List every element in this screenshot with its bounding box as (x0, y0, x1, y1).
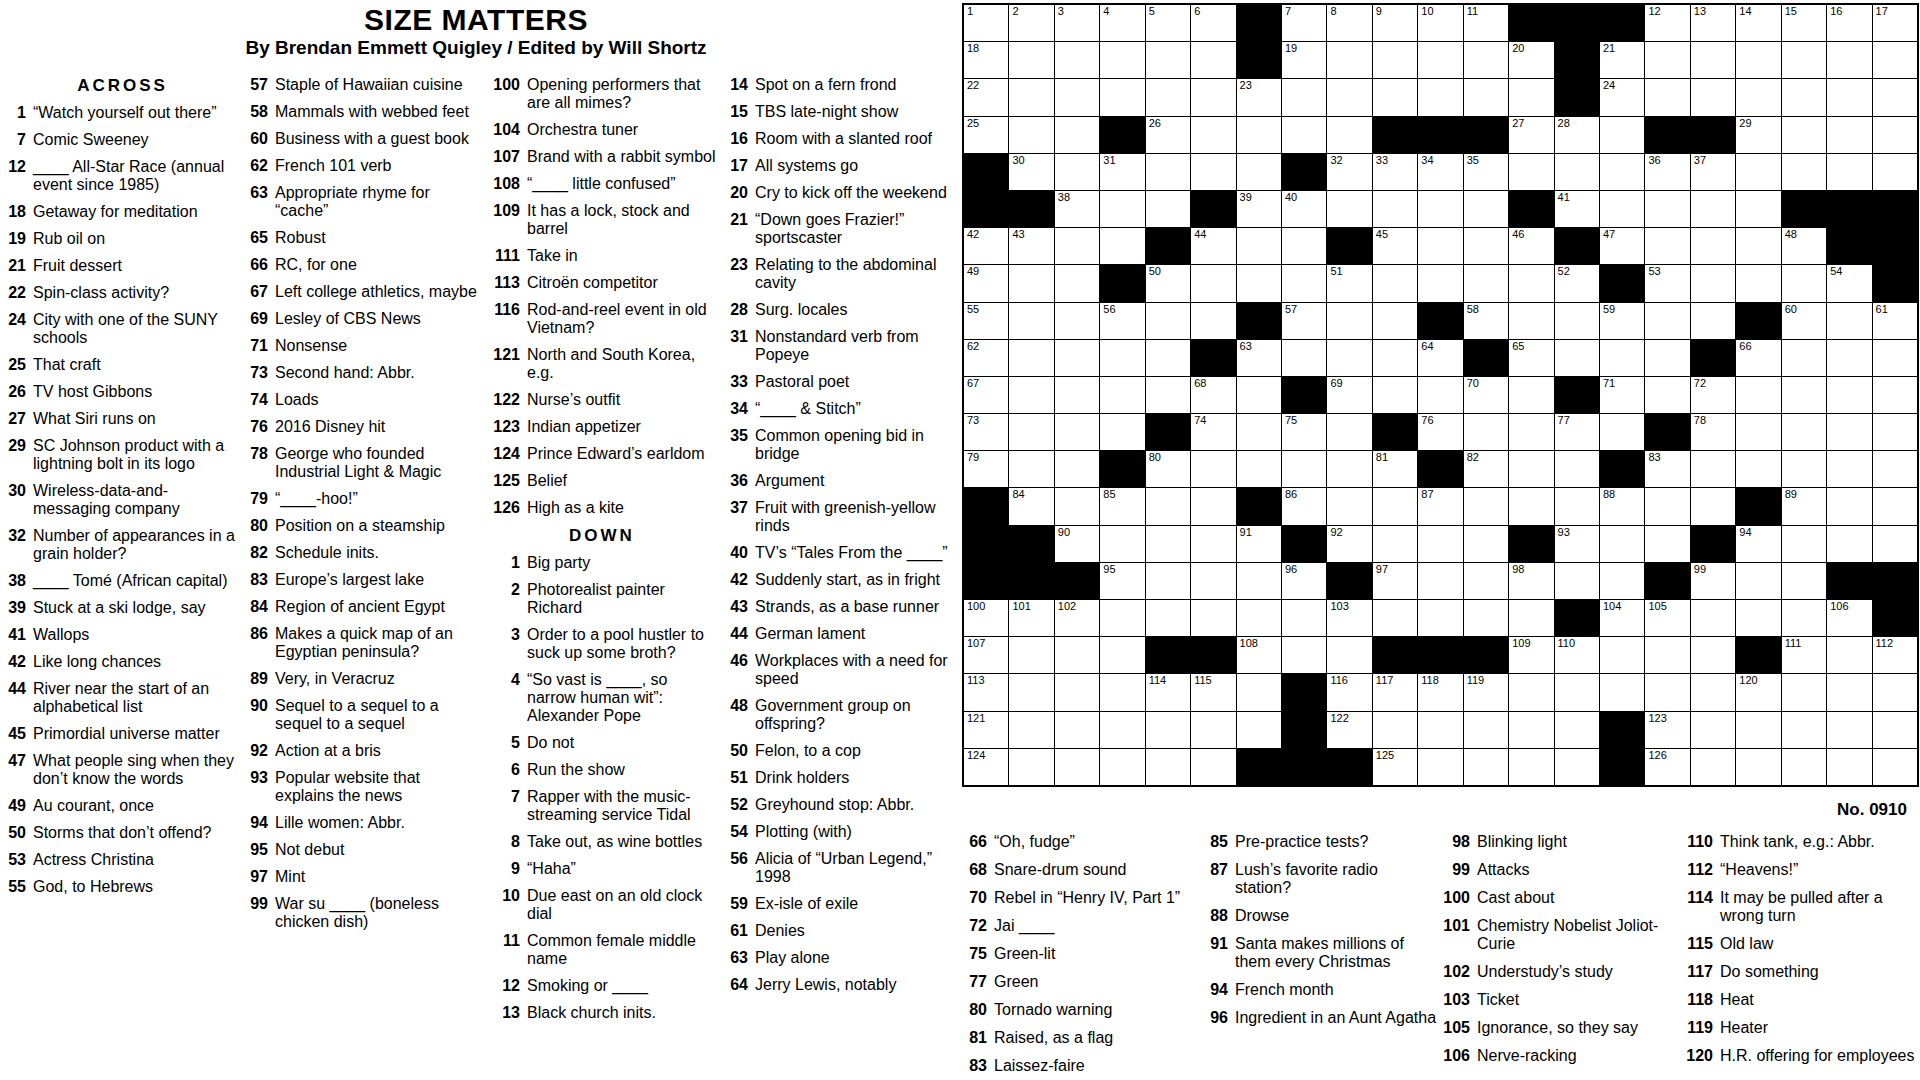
grid-cell-r10c13[interactable]: 65 (1509, 340, 1553, 376)
grid-cell-r13c1[interactable]: 79 (964, 451, 1008, 487)
grid-cell-r14c13[interactable] (1509, 488, 1553, 524)
grid-cell-r7c15[interactable]: 47 (1600, 228, 1644, 264)
grid-cell-r3c2[interactable] (1009, 79, 1053, 115)
grid-cell-r18c9[interactable] (1327, 637, 1371, 673)
grid-cell-r5c4[interactable]: 31 (1100, 154, 1144, 190)
grid-cell-r12c4[interactable] (1100, 414, 1144, 450)
grid-cell-r16c4[interactable]: 95 (1100, 563, 1144, 599)
grid-cell-r1c11[interactable]: 10 (1418, 5, 1462, 41)
grid-cell-r8c11[interactable] (1418, 265, 1462, 301)
grid-cell-r19c9[interactable]: 116 (1327, 674, 1371, 710)
clue-across-74[interactable]: 74Loads (244, 391, 483, 409)
grid-cell-r3c21[interactable] (1873, 79, 1917, 115)
grid-cell-r13c2[interactable] (1009, 451, 1053, 487)
clue-down-110[interactable]: 110Think tank, e.g.: Abbr. (1678, 833, 1918, 851)
grid-cell-r2c3[interactable] (1055, 42, 1099, 78)
clue-down-6[interactable]: 6Run the show (486, 761, 718, 779)
grid-cell-r2c1[interactable]: 18 (964, 42, 1008, 78)
grid-cell-r15c6[interactable] (1191, 526, 1235, 562)
grid-cell-r18c15[interactable] (1600, 637, 1644, 673)
clue-down-46[interactable]: 46Workplaces with a need for speed (720, 652, 958, 688)
grid-cell-r4c3[interactable] (1055, 117, 1099, 153)
grid-cell-r4c2[interactable] (1009, 117, 1053, 153)
grid-cell-r11c12[interactable]: 70 (1464, 377, 1508, 413)
clue-across-12[interactable]: 12____ All-Star Race (annual event since… (4, 158, 241, 194)
grid-cell-r12c18[interactable] (1736, 414, 1780, 450)
grid-cell-r1c5[interactable]: 5 (1146, 5, 1190, 41)
grid-cell-r7c13[interactable]: 46 (1509, 228, 1553, 264)
grid-cell-r2c15[interactable]: 21 (1600, 42, 1644, 78)
grid-cell-r4c9[interactable] (1327, 117, 1371, 153)
grid-cell-r8c7[interactable] (1237, 265, 1281, 301)
grid-cell-r6c15[interactable] (1600, 191, 1644, 227)
grid-cell-r11c21[interactable] (1873, 377, 1917, 413)
grid-cell-r4c15[interactable] (1600, 117, 1644, 153)
grid-cell-r6c8[interactable]: 40 (1282, 191, 1326, 227)
grid-cell-r18c20[interactable] (1827, 637, 1871, 673)
grid-cell-r20c12[interactable] (1464, 712, 1508, 748)
grid-cell-r21c5[interactable] (1146, 749, 1190, 785)
grid-cell-r16c12[interactable] (1464, 563, 1508, 599)
clue-across-32[interactable]: 32Number of appearances in a grain holde… (4, 527, 241, 563)
clue-across-93[interactable]: 93Popular website that explains the news (244, 769, 483, 805)
clue-down-36[interactable]: 36Argument (720, 472, 958, 490)
grid-cell-r6c14[interactable]: 41 (1555, 191, 1599, 227)
grid-cell-r18c13[interactable]: 109 (1509, 637, 1553, 673)
grid-cell-r18c8[interactable] (1282, 637, 1326, 673)
grid-cell-r1c12[interactable]: 11 (1464, 5, 1508, 41)
clue-down-61[interactable]: 61Denies (720, 922, 958, 940)
clue-down-15[interactable]: 15TBS late-night show (720, 103, 958, 121)
clue-across-24[interactable]: 24City with one of the SUNY schools (4, 311, 241, 347)
grid-cell-r12c2[interactable] (1009, 414, 1053, 450)
grid-cell-r19c13[interactable] (1509, 674, 1553, 710)
grid-cell-r4c14[interactable]: 28 (1555, 117, 1599, 153)
clue-across-79[interactable]: 79“____-hoo!” (244, 490, 483, 508)
grid-cell-r15c20[interactable] (1827, 526, 1871, 562)
grid-cell-r5c12[interactable]: 35 (1464, 154, 1508, 190)
grid-cell-r1c6[interactable]: 6 (1191, 5, 1235, 41)
grid-cell-r17c16[interactable]: 105 (1645, 600, 1689, 636)
grid-cell-r5c13[interactable] (1509, 154, 1553, 190)
grid-cell-r9c9[interactable] (1327, 303, 1371, 339)
grid-cell-r2c12[interactable] (1464, 42, 1508, 78)
grid-cell-r8c3[interactable] (1055, 265, 1099, 301)
grid-cell-r18c14[interactable]: 110 (1555, 637, 1599, 673)
grid-cell-r17c13[interactable] (1509, 600, 1553, 636)
clue-down-117[interactable]: 117Do something (1678, 963, 1918, 981)
grid-cell-r11c17[interactable]: 72 (1691, 377, 1735, 413)
grid-cell-r6c16[interactable] (1645, 191, 1689, 227)
grid-cell-r8c12[interactable] (1464, 265, 1508, 301)
clue-down-31[interactable]: 31Nonstandard verb from Popeye (720, 328, 958, 364)
grid-cell-r20c7[interactable] (1237, 712, 1281, 748)
grid-cell-r7c2[interactable]: 43 (1009, 228, 1053, 264)
grid-cell-r2c18[interactable] (1736, 42, 1780, 78)
grid-cell-r1c9[interactable]: 8 (1327, 5, 1371, 41)
grid-cell-r11c9[interactable]: 69 (1327, 377, 1371, 413)
grid-cell-r14c3[interactable] (1055, 488, 1099, 524)
grid-cell-r19c5[interactable]: 114 (1146, 674, 1190, 710)
grid-cell-r6c4[interactable] (1100, 191, 1144, 227)
grid-cell-r8c16[interactable]: 53 (1645, 265, 1689, 301)
grid-cell-r13c6[interactable] (1191, 451, 1235, 487)
grid-cell-r2c13[interactable]: 20 (1509, 42, 1553, 78)
clue-across-69[interactable]: 69Lesley of CBS News (244, 310, 483, 328)
grid-cell-r20c17[interactable] (1691, 712, 1735, 748)
grid-cell-r2c21[interactable] (1873, 42, 1917, 78)
grid-cell-r8c6[interactable] (1191, 265, 1235, 301)
grid-cell-r16c10[interactable]: 97 (1373, 563, 1417, 599)
grid-cell-r14c21[interactable] (1873, 488, 1917, 524)
grid-cell-r5c18[interactable] (1736, 154, 1780, 190)
grid-cell-r17c10[interactable] (1373, 600, 1417, 636)
grid-cell-r19c11[interactable]: 118 (1418, 674, 1462, 710)
clue-down-1[interactable]: 1Big party (486, 554, 718, 572)
grid-cell-r3c10[interactable] (1373, 79, 1417, 115)
clue-down-42[interactable]: 42Suddenly start, as in fright (720, 571, 958, 589)
grid-cell-r12c9[interactable] (1327, 414, 1371, 450)
grid-cell-r20c3[interactable] (1055, 712, 1099, 748)
clue-across-83[interactable]: 83Europe’s largest lake (244, 571, 483, 589)
grid-cell-r10c4[interactable] (1100, 340, 1144, 376)
grid-cell-r9c19[interactable]: 60 (1782, 303, 1826, 339)
grid-cell-r5c15[interactable] (1600, 154, 1644, 190)
clue-down-44[interactable]: 44German lament (720, 625, 958, 643)
grid-cell-r17c17[interactable] (1691, 600, 1735, 636)
grid-cell-r11c4[interactable] (1100, 377, 1144, 413)
clue-across-26[interactable]: 26TV host Gibbons (4, 383, 241, 401)
grid-cell-r13c19[interactable] (1782, 451, 1826, 487)
grid-cell-r9c12[interactable]: 58 (1464, 303, 1508, 339)
clue-across-45[interactable]: 45Primordial universe matter (4, 725, 241, 743)
clue-down-33[interactable]: 33Pastoral poet (720, 373, 958, 391)
clue-across-82[interactable]: 82Schedule inits. (244, 544, 483, 562)
grid-cell-r8c19[interactable] (1782, 265, 1826, 301)
grid-cell-r12c19[interactable] (1782, 414, 1826, 450)
grid-cell-r14c15[interactable]: 88 (1600, 488, 1644, 524)
grid-cell-r2c11[interactable] (1418, 42, 1462, 78)
grid-cell-r7c12[interactable] (1464, 228, 1508, 264)
clue-across-109[interactable]: 109It has a lock, stock and barrel (486, 202, 718, 238)
grid-cell-r17c6[interactable] (1191, 600, 1235, 636)
grid-cell-r17c9[interactable]: 103 (1327, 600, 1371, 636)
grid-cell-r13c8[interactable] (1282, 451, 1326, 487)
grid-cell-r11c2[interactable] (1009, 377, 1053, 413)
grid-cell-r13c16[interactable]: 83 (1645, 451, 1689, 487)
grid-cell-r19c10[interactable]: 117 (1373, 674, 1417, 710)
grid-cell-r21c12[interactable] (1464, 749, 1508, 785)
grid-cell-r11c11[interactable] (1418, 377, 1462, 413)
grid-cell-r16c15[interactable] (1600, 563, 1644, 599)
grid-cell-r18c7[interactable]: 108 (1237, 637, 1281, 673)
grid-cell-r15c4[interactable] (1100, 526, 1144, 562)
grid-cell-r12c3[interactable] (1055, 414, 1099, 450)
clue-across-66[interactable]: 66RC, for one (244, 256, 483, 274)
clue-down-102[interactable]: 102Understudy’s study (1440, 963, 1675, 981)
grid-cell-r15c14[interactable]: 93 (1555, 526, 1599, 562)
clue-down-64[interactable]: 64Jerry Lewis, notably (720, 976, 958, 994)
grid-cell-r17c7[interactable] (1237, 600, 1281, 636)
grid-cell-r6c3[interactable]: 38 (1055, 191, 1099, 227)
clue-down-43[interactable]: 43Strands, as a base runner (720, 598, 958, 616)
grid-cell-r3c20[interactable] (1827, 79, 1871, 115)
clue-across-126[interactable]: 126High as a kite (486, 499, 718, 517)
clue-down-100[interactable]: 100Cast about (1440, 889, 1675, 907)
clue-across-39[interactable]: 39Stuck at a ski lodge, say (4, 599, 241, 617)
grid-cell-r11c6[interactable]: 68 (1191, 377, 1235, 413)
grid-cell-r2c6[interactable] (1191, 42, 1235, 78)
clue-across-22[interactable]: 22Spin-class activity? (4, 284, 241, 302)
clue-across-124[interactable]: 124Prince Edward’s earldom (486, 445, 718, 463)
grid-cell-r5c5[interactable] (1146, 154, 1190, 190)
grid-cell-r9c20[interactable] (1827, 303, 1871, 339)
grid-cell-r3c16[interactable] (1645, 79, 1689, 115)
grid-cell-r7c11[interactable] (1418, 228, 1462, 264)
grid-cell-r5c21[interactable] (1873, 154, 1917, 190)
clue-down-23[interactable]: 23Relating to the abdominal cavity (720, 256, 958, 292)
grid-cell-r6c11[interactable] (1418, 191, 1462, 227)
grid-cell-r19c1[interactable]: 113 (964, 674, 1008, 710)
grid-cell-r16c8[interactable]: 96 (1282, 563, 1326, 599)
clue-across-108[interactable]: 108“____ little confused” (486, 175, 718, 193)
grid-cell-r9c6[interactable] (1191, 303, 1235, 339)
grid-cell-r1c19[interactable]: 15 (1782, 5, 1826, 41)
grid-cell-r1c10[interactable]: 9 (1373, 5, 1417, 41)
grid-cell-r2c17[interactable] (1691, 42, 1735, 78)
grid-cell-r11c5[interactable] (1146, 377, 1190, 413)
clue-down-8[interactable]: 8Take out, as wine bottles (486, 833, 718, 851)
grid-cell-r20c5[interactable] (1146, 712, 1190, 748)
clue-across-113[interactable]: 113Citroën competitor (486, 274, 718, 292)
grid-cell-r12c17[interactable]: 78 (1691, 414, 1735, 450)
grid-cell-r11c1[interactable]: 67 (964, 377, 1008, 413)
grid-cell-r6c17[interactable] (1691, 191, 1735, 227)
clue-down-106[interactable]: 106Nerve-racking (1440, 1047, 1675, 1065)
clue-down-20[interactable]: 20Cry to kick off the weekend (720, 184, 958, 202)
clue-across-125[interactable]: 125Belief (486, 472, 718, 490)
grid-cell-r5c10[interactable]: 33 (1373, 154, 1417, 190)
grid-cell-r17c15[interactable]: 104 (1600, 600, 1644, 636)
clue-across-107[interactable]: 107Brand with a rabbit symbol (486, 148, 718, 166)
grid-cell-r12c14[interactable]: 77 (1555, 414, 1599, 450)
grid-cell-r8c9[interactable]: 51 (1327, 265, 1371, 301)
clue-down-81[interactable]: 81Raised, as a flag (965, 1029, 1195, 1047)
clue-down-85[interactable]: 85Pre-practice tests? (1202, 833, 1438, 851)
clue-down-48[interactable]: 48Government group on offspring? (720, 697, 958, 733)
grid-cell-r12c7[interactable] (1237, 414, 1281, 450)
grid-cell-r9c16[interactable] (1645, 303, 1689, 339)
grid-cell-r20c16[interactable]: 123 (1645, 712, 1689, 748)
clue-down-105[interactable]: 105Ignorance, so they say (1440, 1019, 1675, 1037)
clue-across-47[interactable]: 47What people sing when they don’t know … (4, 752, 241, 788)
grid-cell-r2c10[interactable] (1373, 42, 1417, 78)
grid-cell-r17c4[interactable] (1100, 600, 1144, 636)
grid-cell-r5c16[interactable]: 36 (1645, 154, 1689, 190)
grid-cell-r7c1[interactable]: 42 (964, 228, 1008, 264)
grid-cell-r17c8[interactable] (1282, 600, 1326, 636)
grid-cell-r15c9[interactable]: 92 (1327, 526, 1371, 562)
grid-cell-r14c16[interactable] (1645, 488, 1689, 524)
grid-cell-r8c10[interactable] (1373, 265, 1417, 301)
clue-across-25[interactable]: 25That craft (4, 356, 241, 374)
grid-cell-r10c20[interactable] (1827, 340, 1871, 376)
clue-down-70[interactable]: 70Rebel in “Henry IV, Part 1” (965, 889, 1195, 907)
grid-cell-r2c19[interactable] (1782, 42, 1826, 78)
grid-cell-r17c18[interactable] (1736, 600, 1780, 636)
grid-cell-r4c7[interactable] (1237, 117, 1281, 153)
grid-cell-r1c20[interactable]: 16 (1827, 5, 1871, 41)
clue-across-86[interactable]: 86Makes a quick map of an Egyptian penin… (244, 625, 483, 661)
grid-cell-r20c1[interactable]: 121 (964, 712, 1008, 748)
clue-across-49[interactable]: 49Au courant, once (4, 797, 241, 815)
clue-across-21[interactable]: 21Fruit dessert (4, 257, 241, 275)
clue-down-83[interactable]: 83Laissez-faire (965, 1057, 1195, 1075)
clue-down-37[interactable]: 37Fruit with greenish-yellow rinds (720, 499, 958, 535)
clue-across-76[interactable]: 762016 Disney hit (244, 418, 483, 436)
grid-cell-r14c4[interactable]: 85 (1100, 488, 1144, 524)
clue-across-123[interactable]: 123Indian appetizer (486, 418, 718, 436)
grid-cell-r3c17[interactable] (1691, 79, 1735, 115)
grid-cell-r21c16[interactable]: 126 (1645, 749, 1689, 785)
grid-cell-r17c20[interactable]: 106 (1827, 600, 1871, 636)
grid-cell-r9c15[interactable]: 59 (1600, 303, 1644, 339)
grid-cell-r11c19[interactable] (1782, 377, 1826, 413)
grid-cell-r12c11[interactable]: 76 (1418, 414, 1462, 450)
grid-cell-r17c12[interactable] (1464, 600, 1508, 636)
clue-across-97[interactable]: 97Mint (244, 868, 483, 886)
grid-cell-r13c20[interactable] (1827, 451, 1871, 487)
clue-down-11[interactable]: 11Common female middle name (486, 932, 718, 968)
grid-cell-r1c2[interactable]: 2 (1009, 5, 1053, 41)
grid-cell-r21c11[interactable] (1418, 749, 1462, 785)
grid-cell-r4c1[interactable]: 25 (964, 117, 1008, 153)
grid-cell-r17c1[interactable]: 100 (964, 600, 1008, 636)
grid-cell-r16c13[interactable]: 98 (1509, 563, 1553, 599)
grid-cell-r18c16[interactable] (1645, 637, 1689, 673)
grid-cell-r15c21[interactable] (1873, 526, 1917, 562)
grid-cell-r13c17[interactable] (1691, 451, 1735, 487)
grid-cell-r14c12[interactable] (1464, 488, 1508, 524)
grid-cell-r1c17[interactable]: 13 (1691, 5, 1735, 41)
clue-across-27[interactable]: 27What Siri runs on (4, 410, 241, 428)
clue-down-51[interactable]: 51Drink holders (720, 769, 958, 787)
clue-across-94[interactable]: 94Lille women: Abbr. (244, 814, 483, 832)
clue-across-122[interactable]: 122Nurse’s outfit (486, 391, 718, 409)
grid-cell-r13c9[interactable] (1327, 451, 1371, 487)
grid-cell-r13c12[interactable]: 82 (1464, 451, 1508, 487)
clue-down-40[interactable]: 40TV’s “Tales From the ____” (720, 544, 958, 562)
grid-cell-r16c14[interactable] (1555, 563, 1599, 599)
grid-cell-r14c9[interactable] (1327, 488, 1371, 524)
clue-down-54[interactable]: 54Plotting (with) (720, 823, 958, 841)
grid-cell-r18c21[interactable]: 112 (1873, 637, 1917, 673)
clue-down-2[interactable]: 2Photorealist painter Richard (486, 581, 718, 617)
grid-cell-r9c8[interactable]: 57 (1282, 303, 1326, 339)
grid-cell-r7c8[interactable] (1282, 228, 1326, 264)
grid-cell-r3c11[interactable] (1418, 79, 1462, 115)
clue-down-50[interactable]: 50Felon, to a cop (720, 742, 958, 760)
grid-cell-r10c5[interactable] (1146, 340, 1190, 376)
grid-cell-r13c5[interactable]: 80 (1146, 451, 1190, 487)
clue-across-60[interactable]: 60Business with a guest book (244, 130, 483, 148)
grid-cell-r2c5[interactable] (1146, 42, 1190, 78)
grid-cell-r4c13[interactable]: 27 (1509, 117, 1553, 153)
grid-cell-r17c3[interactable]: 102 (1055, 600, 1099, 636)
grid-cell-r4c5[interactable]: 26 (1146, 117, 1190, 153)
clue-down-112[interactable]: 112“Heavens!” (1678, 861, 1918, 879)
grid-cell-r21c6[interactable] (1191, 749, 1235, 785)
grid-cell-r21c13[interactable] (1509, 749, 1553, 785)
clue-down-7[interactable]: 7Rapper with the music-streaming service… (486, 788, 718, 824)
grid-cell-r7c7[interactable] (1237, 228, 1281, 264)
grid-cell-r20c10[interactable] (1373, 712, 1417, 748)
clue-down-75[interactable]: 75Green-lit (965, 945, 1195, 963)
grid-cell-r14c14[interactable] (1555, 488, 1599, 524)
grid-cell-r19c7[interactable] (1237, 674, 1281, 710)
grid-cell-r5c6[interactable] (1191, 154, 1235, 190)
grid-cell-r18c2[interactable] (1009, 637, 1053, 673)
grid-cell-r5c9[interactable]: 32 (1327, 154, 1371, 190)
clue-down-28[interactable]: 28Surg. locales (720, 301, 958, 319)
clue-down-56[interactable]: 56Alicia of “Urban Legend,” 1998 (720, 850, 958, 886)
clue-across-78[interactable]: 78George who founded Industrial Light & … (244, 445, 483, 481)
grid-cell-r5c20[interactable] (1827, 154, 1871, 190)
grid-cell-r10c1[interactable]: 62 (964, 340, 1008, 376)
grid-cell-r12c6[interactable]: 74 (1191, 414, 1235, 450)
grid-cell-r21c21[interactable] (1873, 749, 1917, 785)
grid-cell-r10c2[interactable] (1009, 340, 1053, 376)
grid-cell-r17c5[interactable] (1146, 600, 1190, 636)
grid-cell-r5c14[interactable] (1555, 154, 1599, 190)
clue-down-99[interactable]: 99Attacks (1440, 861, 1675, 879)
grid-cell-r21c2[interactable] (1009, 749, 1053, 785)
grid-cell-r4c8[interactable] (1282, 117, 1326, 153)
grid-cell-r4c21[interactable] (1873, 117, 1917, 153)
grid-cell-r13c13[interactable] (1509, 451, 1553, 487)
grid-cell-r20c11[interactable] (1418, 712, 1462, 748)
grid-cell-r19c21[interactable] (1873, 674, 1917, 710)
grid-cell-r9c13[interactable] (1509, 303, 1553, 339)
clue-down-5[interactable]: 5Do not (486, 734, 718, 752)
grid-cell-r7c16[interactable] (1645, 228, 1689, 264)
clue-down-66[interactable]: 66“Oh, fudge” (965, 833, 1195, 851)
grid-cell-r1c1[interactable]: 1 (964, 5, 1008, 41)
grid-cell-r15c18[interactable]: 94 (1736, 526, 1780, 562)
grid-cell-r19c17[interactable] (1691, 674, 1735, 710)
grid-cell-r8c20[interactable]: 54 (1827, 265, 1871, 301)
grid-cell-r2c2[interactable] (1009, 42, 1053, 78)
grid-cell-r2c16[interactable] (1645, 42, 1689, 78)
grid-cell-r18c4[interactable] (1100, 637, 1144, 673)
clue-down-77[interactable]: 77Green (965, 973, 1195, 991)
clue-down-101[interactable]: 101Chemistry Nobelist Joliot-Curie (1440, 917, 1675, 953)
clue-across-84[interactable]: 84Region of ancient Egypt (244, 598, 483, 616)
grid-cell-r8c14[interactable]: 52 (1555, 265, 1599, 301)
grid-cell-r9c4[interactable]: 56 (1100, 303, 1144, 339)
clue-across-57[interactable]: 57Staple of Hawaiian cuisine (244, 76, 483, 94)
grid-cell-r16c18[interactable] (1736, 563, 1780, 599)
grid-cell-r16c11[interactable] (1418, 563, 1462, 599)
grid-cell-r14c20[interactable] (1827, 488, 1871, 524)
clue-across-63[interactable]: 63Appropriate rhyme for “cache” (244, 184, 483, 220)
grid-cell-r2c8[interactable]: 19 (1282, 42, 1326, 78)
grid-cell-r3c15[interactable]: 24 (1600, 79, 1644, 115)
grid-cell-r15c11[interactable] (1418, 526, 1462, 562)
grid-cell-r17c2[interactable]: 101 (1009, 600, 1053, 636)
grid-cell-r3c18[interactable] (1736, 79, 1780, 115)
clue-down-88[interactable]: 88Drowse (1202, 907, 1438, 925)
